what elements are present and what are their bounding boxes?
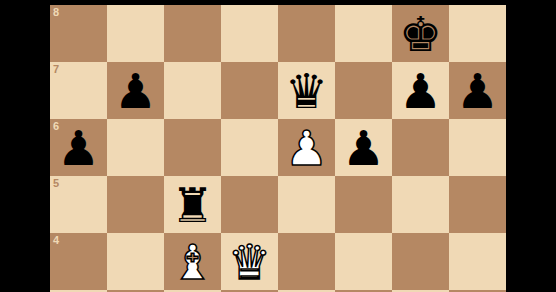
page-background: 8♚7♟♛♟♟6♟♟♟5♜4♝♛ xyxy=(0,0,556,292)
square-d8[interactable] xyxy=(221,5,278,62)
square-g4[interactable] xyxy=(392,233,449,290)
white-pawn-e6[interactable]: ♟ xyxy=(278,119,335,176)
square-h7[interactable]: ♟ xyxy=(449,62,506,119)
square-e5[interactable] xyxy=(278,176,335,233)
rank-label-4: 4 xyxy=(53,234,59,246)
square-b7[interactable]: ♟ xyxy=(107,62,164,119)
square-h6[interactable] xyxy=(449,119,506,176)
square-c6[interactable] xyxy=(164,119,221,176)
square-g5[interactable] xyxy=(392,176,449,233)
square-g8[interactable]: ♚ xyxy=(392,5,449,62)
square-a8[interactable]: 8 xyxy=(50,5,107,62)
white-bishop-c4[interactable]: ♝ xyxy=(164,233,221,290)
square-b8[interactable] xyxy=(107,5,164,62)
square-f5[interactable] xyxy=(335,176,392,233)
square-a5[interactable]: 5 xyxy=(50,176,107,233)
black-rook-c5[interactable]: ♜ xyxy=(164,176,221,233)
rank-label-8: 8 xyxy=(53,6,59,18)
square-c7[interactable] xyxy=(164,62,221,119)
square-c8[interactable] xyxy=(164,5,221,62)
square-a7[interactable]: 7 xyxy=(50,62,107,119)
square-g6[interactable] xyxy=(392,119,449,176)
square-e8[interactable] xyxy=(278,5,335,62)
square-f6[interactable]: ♟ xyxy=(335,119,392,176)
square-e4[interactable] xyxy=(278,233,335,290)
square-f4[interactable] xyxy=(335,233,392,290)
square-c5[interactable]: ♜ xyxy=(164,176,221,233)
square-f8[interactable] xyxy=(335,5,392,62)
square-h8[interactable] xyxy=(449,5,506,62)
square-h5[interactable] xyxy=(449,176,506,233)
rank-label-5: 5 xyxy=(53,177,59,189)
square-d6[interactable] xyxy=(221,119,278,176)
square-h4[interactable] xyxy=(449,233,506,290)
black-queen-e7[interactable]: ♛ xyxy=(278,62,335,119)
square-a6[interactable]: 6♟ xyxy=(50,119,107,176)
square-b4[interactable] xyxy=(107,233,164,290)
rank-label-7: 7 xyxy=(53,63,59,75)
black-pawn-h7[interactable]: ♟ xyxy=(449,62,506,119)
black-pawn-f6[interactable]: ♟ xyxy=(335,119,392,176)
square-a4[interactable]: 4 xyxy=(50,233,107,290)
square-c4[interactable]: ♝ xyxy=(164,233,221,290)
square-d5[interactable] xyxy=(221,176,278,233)
black-pawn-a6[interactable]: ♟ xyxy=(50,119,107,176)
square-b5[interactable] xyxy=(107,176,164,233)
square-d4[interactable]: ♛ xyxy=(221,233,278,290)
square-b6[interactable] xyxy=(107,119,164,176)
chess-board[interactable]: 8♚7♟♛♟♟6♟♟♟5♜4♝♛ xyxy=(50,5,506,292)
square-e6[interactable]: ♟ xyxy=(278,119,335,176)
black-pawn-b7[interactable]: ♟ xyxy=(107,62,164,119)
square-f7[interactable] xyxy=(335,62,392,119)
white-queen-d4[interactable]: ♛ xyxy=(221,233,278,290)
black-pawn-g7[interactable]: ♟ xyxy=(392,62,449,119)
square-d7[interactable] xyxy=(221,62,278,119)
square-e7[interactable]: ♛ xyxy=(278,62,335,119)
black-king-g8[interactable]: ♚ xyxy=(392,5,449,62)
square-g7[interactable]: ♟ xyxy=(392,62,449,119)
